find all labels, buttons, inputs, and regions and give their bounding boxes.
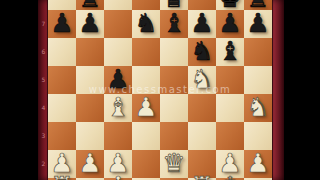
square-b3 [76, 122, 104, 150]
square-h4: ♞ [244, 94, 272, 122]
black-knight-d7: ♞ [132, 10, 160, 38]
square-f3 [188, 122, 216, 150]
watermark: www.chessmaster.com [89, 84, 232, 95]
square-e6 [160, 38, 188, 66]
square-a3 [48, 122, 76, 150]
black-pawn-a7: ♟ [48, 10, 76, 38]
white-pawn-b2: ♟ [76, 150, 104, 178]
black-pawn-f7: ♟ [188, 10, 216, 38]
square-c6 [104, 38, 132, 66]
white-queen-e2: ♛ [160, 150, 188, 178]
video-still: 765432 ♜♛♚♜♟♟♞♝♟♟♟♞♝♟♞♝♟♞♟♟♟♛♟♟♜♝♜♚ www.… [0, 0, 320, 180]
square-d6 [132, 38, 160, 66]
black-knight-f6: ♞ [188, 38, 216, 66]
square-a6 [48, 38, 76, 66]
square-c4: ♝ [104, 94, 132, 122]
square-g1: ♚ [216, 178, 244, 180]
square-f7: ♟ [188, 10, 216, 38]
square-e2: ♛ [160, 150, 188, 178]
square-c1: ♝ [104, 178, 132, 180]
letterbox-right [284, 0, 320, 180]
square-g2: ♟ [216, 150, 244, 178]
rank-label-7: 7 [40, 19, 47, 29]
square-d3 [132, 122, 160, 150]
square-b6 [76, 38, 104, 66]
square-b7: ♟ [76, 10, 104, 38]
square-d4: ♟ [132, 94, 160, 122]
rank-label-5: 5 [40, 75, 47, 85]
board-frame: 765432 ♜♛♚♜♟♟♞♝♟♟♟♞♝♟♞♝♟♞♟♟♟♛♟♟♜♝♜♚ www.… [38, 0, 284, 180]
black-bishop-e7: ♝ [160, 10, 188, 38]
square-a5 [48, 66, 76, 94]
square-e3 [160, 122, 188, 150]
square-d8 [132, 0, 160, 10]
square-d2 [132, 150, 160, 178]
square-b4 [76, 94, 104, 122]
square-h2: ♟ [244, 150, 272, 178]
square-c2: ♟ [104, 150, 132, 178]
square-f4 [188, 94, 216, 122]
square-c3 [104, 122, 132, 150]
square-e8: ♛ [160, 0, 188, 10]
rank-label-2: 2 [40, 159, 47, 169]
square-f1: ♜ [188, 178, 216, 180]
square-h3 [244, 122, 272, 150]
square-g3 [216, 122, 244, 150]
square-d7: ♞ [132, 10, 160, 38]
square-a1: ♜ [48, 178, 76, 180]
white-bishop-c4: ♝ [104, 94, 132, 122]
square-e1 [160, 178, 188, 180]
square-f2 [188, 150, 216, 178]
square-h8: ♜ [244, 0, 272, 10]
square-b8: ♜ [76, 0, 104, 10]
square-f6: ♞ [188, 38, 216, 66]
black-bishop-g6: ♝ [216, 38, 244, 66]
square-c7 [104, 10, 132, 38]
square-a8 [48, 0, 76, 10]
square-a7: ♟ [48, 10, 76, 38]
letterbox-left [0, 0, 38, 180]
square-h1 [244, 178, 272, 180]
rank-label-6: 6 [40, 47, 47, 57]
square-c8 [104, 0, 132, 10]
square-a2: ♟ [48, 150, 76, 178]
square-g4 [216, 94, 244, 122]
square-g8: ♚ [216, 0, 244, 10]
white-pawn-d4: ♟ [132, 94, 160, 122]
square-e4 [160, 94, 188, 122]
square-b1 [76, 178, 104, 180]
square-f8 [188, 0, 216, 10]
white-pawn-c2: ♟ [104, 150, 132, 178]
white-pawn-a2: ♟ [48, 150, 76, 178]
rank-label-3: 3 [40, 131, 47, 141]
square-h7: ♟ [244, 10, 272, 38]
black-pawn-h7: ♟ [244, 10, 272, 38]
square-e7: ♝ [160, 10, 188, 38]
square-g6: ♝ [216, 38, 244, 66]
white-knight-h4: ♞ [244, 94, 272, 122]
black-pawn-g7: ♟ [216, 10, 244, 38]
square-b2: ♟ [76, 150, 104, 178]
board-viewport: ♜♛♚♜♟♟♞♝♟♟♟♞♝♟♞♝♟♞♟♟♟♛♟♟♜♝♜♚ www.chessma… [48, 0, 272, 180]
square-h5 [244, 66, 272, 94]
black-pawn-b7: ♟ [76, 10, 104, 38]
white-pawn-h2: ♟ [244, 150, 272, 178]
square-a4 [48, 94, 76, 122]
square-g7: ♟ [216, 10, 244, 38]
square-h6 [244, 38, 272, 66]
rank-label-4: 4 [40, 103, 47, 113]
square-d1 [132, 178, 160, 180]
white-pawn-g2: ♟ [216, 150, 244, 178]
